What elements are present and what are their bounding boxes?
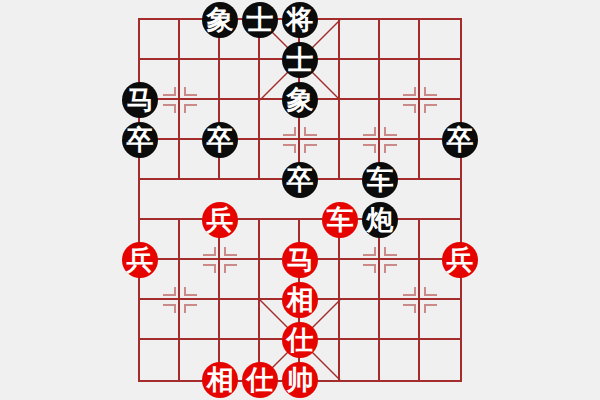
piece-black-soldier[interactable]: 卒	[282, 162, 318, 198]
piece-black-horse[interactable]: 马	[122, 82, 158, 118]
piece-black-soldier[interactable]: 卒	[202, 122, 238, 158]
piece-black-advisor[interactable]: 士	[282, 42, 318, 78]
point-marker-corner	[403, 87, 416, 96]
point-marker-corner	[304, 127, 317, 136]
point-marker-corner	[363, 264, 376, 273]
point-marker-corner	[163, 304, 176, 313]
point-marker-corner	[363, 247, 376, 256]
point-marker-corner	[384, 127, 397, 136]
point-marker-corner	[184, 304, 197, 313]
point-marker-corner	[424, 287, 437, 296]
point-marker-corner	[283, 127, 296, 136]
point-marker-corner	[424, 104, 437, 113]
point-marker-corner	[403, 304, 416, 313]
piece-red-general[interactable]: 帅	[282, 362, 318, 398]
point-marker-corner	[424, 304, 437, 313]
point-marker-corner	[363, 144, 376, 153]
point-marker-corner	[163, 87, 176, 96]
piece-black-elephant[interactable]: 象	[202, 2, 238, 38]
board-overlay: 象士将士马象卒卒卒卒车兵车炮兵马兵相仕相仕帅	[140, 20, 460, 380]
piece-red-soldier[interactable]: 兵	[202, 202, 238, 238]
point-marker-corner	[283, 144, 296, 153]
piece-black-cannon[interactable]: 炮	[362, 202, 398, 238]
point-marker-corner	[403, 287, 416, 296]
point-marker-corner	[184, 287, 197, 296]
piece-red-elephant[interactable]: 相	[202, 362, 238, 398]
piece-red-soldier[interactable]: 兵	[442, 242, 478, 278]
point-marker-corner	[163, 287, 176, 296]
point-marker-corner	[224, 247, 237, 256]
piece-black-soldier[interactable]: 卒	[122, 122, 158, 158]
piece-black-soldier[interactable]: 卒	[442, 122, 478, 158]
point-marker-corner	[304, 144, 317, 153]
point-marker-corner	[203, 247, 216, 256]
piece-black-elephant[interactable]: 象	[282, 82, 318, 118]
piece-red-horse[interactable]: 马	[282, 242, 318, 278]
point-marker-corner	[424, 87, 437, 96]
point-marker-corner	[224, 264, 237, 273]
piece-red-advisor[interactable]: 仕	[282, 322, 318, 358]
piece-red-elephant[interactable]: 相	[282, 282, 318, 318]
point-marker-corner	[163, 104, 176, 113]
piece-black-general[interactable]: 将	[282, 2, 318, 38]
point-marker-corner	[384, 144, 397, 153]
point-marker-corner	[384, 264, 397, 273]
point-marker-corner	[184, 87, 197, 96]
point-marker-corner	[363, 127, 376, 136]
piece-black-advisor[interactable]: 士	[242, 2, 278, 38]
piece-red-advisor[interactable]: 仕	[242, 362, 278, 398]
piece-black-chariot[interactable]: 车	[362, 162, 398, 198]
xiangqi-app-screen: 象士将士马象卒卒卒卒车兵车炮兵马兵相仕相仕帅	[0, 0, 600, 400]
point-marker-corner	[403, 104, 416, 113]
point-marker-corner	[203, 264, 216, 273]
point-marker-corner	[384, 247, 397, 256]
piece-red-soldier[interactable]: 兵	[122, 242, 158, 278]
piece-red-chariot[interactable]: 车	[322, 202, 358, 238]
point-marker-corner	[184, 104, 197, 113]
